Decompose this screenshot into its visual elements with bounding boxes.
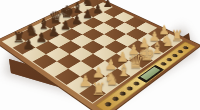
piece-black-p[interactable]: ♟ (19, 37, 37, 50)
panel-button-right-4[interactable] (177, 49, 184, 53)
perspective-scene: ♜♞♝♛♚♝♞♜♟♟♟♟♟♟♟♟♟♟♟♟♟♟♟♟♜♞♝♛♚♝♞♜ (0, 0, 200, 110)
panel-button-left-5[interactable] (132, 81, 140, 86)
piece-white-r[interactable]: ♜ (88, 80, 109, 97)
board: ♜♞♝♛♚♝♞♜♟♟♟♟♟♟♟♟♟♟♟♟♟♟♟♟♜♞♝♛♚♝♞♜ (3, 0, 181, 103)
panel-button-right-2[interactable] (166, 57, 173, 62)
panel-button-right-1[interactable] (160, 62, 168, 67)
chess-computer: ♜♞♝♛♚♝♞♜♟♟♟♟♟♟♟♟♟♟♟♟♟♟♟♟♜♞♝♛♚♝♞♜ (0, 0, 200, 110)
panel-button-left-1[interactable] (104, 101, 113, 107)
panel-button-left-2[interactable] (111, 96, 119, 102)
panel-button-left-3[interactable] (119, 91, 127, 97)
wooden-frame: ♜♞♝♛♚♝♞♜♟♟♟♟♟♟♟♟♟♟♟♟♟♟♟♟♜♞♝♛♚♝♞♜ (0, 0, 200, 110)
panel-button-left-4[interactable] (126, 86, 134, 91)
panel-button-right-5[interactable] (182, 46, 189, 50)
board-pinstripe: ♜♞♝♛♚♝♞♜♟♟♟♟♟♟♟♟♟♟♟♟♟♟♟♟♜♞♝♛♚♝♞♜ (2, 0, 183, 104)
panel-button-right-3[interactable] (171, 53, 178, 57)
photo-canvas: ♜♞♝♛♚♝♞♜♟♟♟♟♟♟♟♟♟♟♟♟♟♟♟♟♜♞♝♛♚♝♞♜ (0, 0, 200, 110)
